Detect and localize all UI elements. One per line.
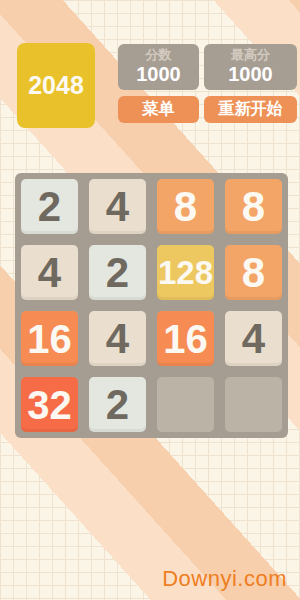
tile: 128 [157,245,214,300]
empty-cell [157,377,214,432]
restart-button[interactable]: 重新开始 [204,96,297,123]
tile: 4 [21,245,78,300]
best-score-value: 1000 [228,63,273,86]
tile: 8 [225,179,282,234]
logo-2048: 2048 [17,43,95,128]
game-screen: 2048 分数 1000 最高分 1000 菜单 重新开始 2 4 8 8 4 … [0,0,300,600]
tile: 8 [225,245,282,300]
tile: 16 [157,311,214,366]
watermark: Downyi.com [162,566,287,592]
tile: 4 [89,179,146,234]
score-label: 分数 [146,48,172,63]
tile: 8 [157,179,214,234]
score-value: 1000 [136,63,181,86]
tile: 2 [21,179,78,234]
menu-button[interactable]: 菜单 [118,96,199,123]
tile: 4 [225,311,282,366]
game-board[interactable]: 2 4 8 8 4 2 128 8 16 4 16 4 32 2 [15,173,288,438]
tile: 2 [89,377,146,432]
tile: 32 [21,377,78,432]
best-score-box: 最高分 1000 [204,44,297,90]
score-box: 分数 1000 [118,44,199,90]
tile: 4 [89,311,146,366]
best-score-label: 最高分 [231,48,270,63]
tile: 2 [89,245,146,300]
empty-cell [225,377,282,432]
tile: 16 [21,311,78,366]
